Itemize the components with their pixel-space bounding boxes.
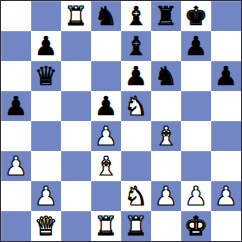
square-h4[interactable] [211, 121, 241, 151]
square-g1[interactable]: ♚ [181, 211, 211, 241]
piece-black-pawn[interactable]: ♟ [184, 31, 207, 61]
piece-black-rook[interactable]: ♜ [154, 1, 177, 31]
square-a3[interactable]: ♟ [1, 151, 31, 181]
piece-white-bishop[interactable]: ♝ [154, 121, 177, 151]
square-d6[interactable] [91, 61, 121, 91]
square-f1[interactable] [151, 211, 181, 241]
piece-white-bishop[interactable]: ♝ [94, 151, 117, 181]
piece-white-pawn[interactable]: ♟ [94, 121, 117, 151]
square-b4[interactable] [31, 121, 61, 151]
square-f5[interactable] [151, 91, 181, 121]
square-f4[interactable]: ♝ [151, 121, 181, 151]
square-e7[interactable]: ♝ [121, 31, 151, 61]
square-e1[interactable]: ♜ [121, 211, 151, 241]
square-b8[interactable] [31, 1, 61, 31]
square-e8[interactable]: ♝ [121, 1, 151, 31]
square-h2[interactable]: ♟ [211, 181, 241, 211]
piece-white-rook[interactable]: ♜ [64, 1, 87, 31]
square-a5[interactable]: ♟ [1, 91, 31, 121]
square-h6[interactable]: ♟ [211, 61, 241, 91]
piece-white-pawn[interactable]: ♟ [34, 181, 57, 211]
square-b1[interactable]: ♛ [31, 211, 61, 241]
square-d7[interactable] [91, 31, 121, 61]
square-h8[interactable] [211, 1, 241, 31]
square-c8[interactable]: ♜ [61, 1, 91, 31]
square-f6[interactable]: ♞ [151, 61, 181, 91]
piece-black-pawn[interactable]: ♟ [214, 61, 237, 91]
square-d1[interactable]: ♜ [91, 211, 121, 241]
square-c6[interactable] [61, 61, 91, 91]
square-b5[interactable] [31, 91, 61, 121]
square-c5[interactable] [61, 91, 91, 121]
square-a4[interactable] [1, 121, 31, 151]
square-a7[interactable] [1, 31, 31, 61]
piece-white-rook[interactable]: ♜ [124, 211, 147, 241]
square-c4[interactable] [61, 121, 91, 151]
square-g8[interactable]: ♚ [181, 1, 211, 31]
square-f3[interactable] [151, 151, 181, 181]
piece-white-knight[interactable]: ♞ [124, 181, 147, 211]
square-f8[interactable]: ♜ [151, 1, 181, 31]
square-g4[interactable] [181, 121, 211, 151]
piece-black-pawn[interactable]: ♟ [4, 91, 27, 121]
square-b3[interactable] [31, 151, 61, 181]
piece-black-bishop[interactable]: ♝ [124, 31, 147, 61]
square-a6[interactable] [1, 61, 31, 91]
piece-black-king[interactable]: ♚ [184, 1, 207, 31]
piece-white-rook[interactable]: ♜ [94, 211, 117, 241]
square-c2[interactable] [61, 181, 91, 211]
piece-black-pawn[interactable]: ♟ [124, 61, 147, 91]
square-d5[interactable]: ♟ [91, 91, 121, 121]
square-b2[interactable]: ♟ [31, 181, 61, 211]
square-h5[interactable] [211, 91, 241, 121]
square-a8[interactable] [1, 1, 31, 31]
square-a2[interactable] [1, 181, 31, 211]
piece-black-queen[interactable]: ♛ [34, 61, 57, 91]
square-e3[interactable] [121, 151, 151, 181]
piece-black-knight[interactable]: ♞ [154, 61, 177, 91]
piece-black-pawn[interactable]: ♟ [94, 91, 117, 121]
chess-board: ♜♞♝♜♚♟♝♟♛♟♞♟♟♟♞♟♝♟♝♟♞♟♟♟♛♜♜♚ [1, 1, 241, 241]
chess-board-frame: ♜♞♝♜♚♟♝♟♛♟♞♟♟♟♞♟♝♟♝♟♞♟♟♟♛♜♜♚ [0, 0, 242, 242]
piece-white-pawn[interactable]: ♟ [4, 151, 27, 181]
square-g2[interactable]: ♟ [181, 181, 211, 211]
piece-white-knight[interactable]: ♞ [124, 91, 147, 121]
square-b6[interactable]: ♛ [31, 61, 61, 91]
square-g6[interactable] [181, 61, 211, 91]
square-h3[interactable] [211, 151, 241, 181]
piece-white-pawn[interactable]: ♟ [214, 181, 237, 211]
square-g3[interactable] [181, 151, 211, 181]
square-c3[interactable] [61, 151, 91, 181]
square-d2[interactable] [91, 181, 121, 211]
square-e5[interactable]: ♞ [121, 91, 151, 121]
square-d4[interactable]: ♟ [91, 121, 121, 151]
piece-white-pawn[interactable]: ♟ [184, 181, 207, 211]
square-g7[interactable]: ♟ [181, 31, 211, 61]
piece-white-pawn[interactable]: ♟ [154, 181, 177, 211]
square-f2[interactable]: ♟ [151, 181, 181, 211]
square-e6[interactable]: ♟ [121, 61, 151, 91]
piece-white-queen[interactable]: ♛ [34, 211, 57, 241]
square-b7[interactable]: ♟ [31, 31, 61, 61]
piece-black-knight[interactable]: ♞ [94, 1, 117, 31]
square-d8[interactable]: ♞ [91, 1, 121, 31]
piece-white-king[interactable]: ♚ [184, 211, 207, 241]
square-h1[interactable] [211, 211, 241, 241]
square-c1[interactable] [61, 211, 91, 241]
square-e4[interactable] [121, 121, 151, 151]
piece-black-pawn[interactable]: ♟ [34, 31, 57, 61]
square-c7[interactable] [61, 31, 91, 61]
square-h7[interactable] [211, 31, 241, 61]
square-e2[interactable]: ♞ [121, 181, 151, 211]
square-f7[interactable] [151, 31, 181, 61]
square-a1[interactable] [1, 211, 31, 241]
piece-black-bishop[interactable]: ♝ [124, 1, 147, 31]
square-g5[interactable] [181, 91, 211, 121]
square-d3[interactable]: ♝ [91, 151, 121, 181]
